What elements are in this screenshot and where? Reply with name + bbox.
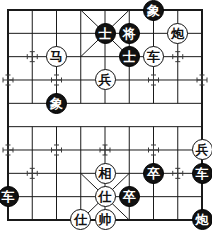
board-point: 仕 [93, 185, 117, 208]
xiangqi-board: 象士将炮马士车兵象兵相卒车车仕卒仕帅炮 [0, 0, 212, 236]
piece-red-advisor[interactable]: 仕 [70, 209, 91, 230]
board-point: 士 [117, 45, 141, 68]
board-point: 炮 [190, 208, 212, 231]
board-point: 马 [44, 45, 68, 68]
piece-black-soldier[interactable]: 卒 [143, 163, 164, 184]
piece-black-elephant[interactable]: 象 [143, 0, 164, 21]
board-point: 兵 [93, 68, 117, 91]
board-point: 卒 [117, 185, 141, 208]
board-point: 车 [141, 45, 165, 68]
board-point: 将 [117, 22, 141, 45]
board-point: 相 [93, 162, 117, 185]
board-point: 象 [44, 92, 68, 115]
piece-red-general[interactable]: 帅 [95, 209, 116, 230]
board-point: 象 [141, 0, 165, 22]
piece-red-advisor[interactable]: 仕 [95, 186, 116, 207]
board-point: 士 [93, 22, 117, 45]
piece-red-soldier[interactable]: 兵 [192, 139, 213, 160]
piece-red-soldier[interactable]: 兵 [95, 69, 116, 90]
board-point: 车 [190, 162, 212, 185]
piece-black-chariot[interactable]: 车 [0, 186, 19, 207]
board-point: 仕 [69, 208, 93, 231]
board-point: 炮 [166, 22, 190, 45]
piece-black-advisor[interactable]: 士 [119, 46, 140, 67]
piece-black-general[interactable]: 将 [119, 23, 140, 44]
piece-black-advisor[interactable]: 士 [95, 23, 116, 44]
board-point: 卒 [141, 162, 165, 185]
board-point: 车 [0, 185, 20, 208]
piece-black-cannon[interactable]: 炮 [192, 209, 213, 230]
piece-red-chariot[interactable]: 车 [143, 46, 164, 67]
piece-layer: 象士将炮马士车兵象兵相卒车车仕卒仕帅炮 [0, 0, 212, 232]
board-point: 兵 [190, 138, 212, 161]
piece-black-soldier[interactable]: 卒 [119, 186, 140, 207]
piece-red-cannon[interactable]: 炮 [167, 23, 188, 44]
piece-red-elephant[interactable]: 相 [95, 163, 116, 184]
piece-black-elephant[interactable]: 象 [46, 93, 67, 114]
piece-red-horse[interactable]: 马 [46, 46, 67, 67]
board-point: 帅 [93, 208, 117, 231]
piece-black-chariot[interactable]: 车 [192, 163, 213, 184]
